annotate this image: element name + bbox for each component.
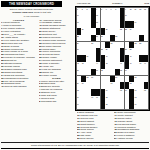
grid-cell	[86, 82, 90, 88]
black-square	[139, 35, 143, 41]
clue-number: 8	[39, 100, 40, 103]
grid-cell: 32	[134, 42, 138, 48]
cell-number: 21	[106, 28, 108, 30]
grid-cell	[86, 48, 90, 54]
cell-number: 19	[134, 21, 136, 23]
grid-cell: 71	[96, 96, 100, 102]
grid-cell	[110, 103, 114, 109]
cell-number: 62	[130, 82, 132, 84]
grid-cell: 21	[105, 28, 109, 34]
grid-cell: 69	[77, 96, 81, 102]
grid-cell	[81, 103, 85, 109]
grid-cell: 49	[144, 62, 148, 68]
grid-cell: 52	[101, 69, 105, 75]
grid-cell	[91, 103, 95, 109]
black-square	[101, 96, 105, 102]
cell-number: 9	[125, 8, 126, 10]
clue-number: 40	[1, 85, 4, 88]
cell-number: 15	[96, 14, 98, 16]
grid-cell	[86, 28, 90, 34]
contact-line: Reach Stan Newman at P.O. Box 69, Massap…	[0, 144, 150, 146]
black-square	[129, 96, 133, 102]
grid-cell	[125, 103, 129, 109]
cell-number: 65	[120, 89, 122, 91]
grid-cell	[105, 35, 109, 41]
grid-cell	[115, 62, 119, 68]
grid-cell: 55	[86, 76, 90, 82]
cell-number: 39	[86, 55, 88, 57]
grid-cell: 56	[91, 76, 95, 82]
cell-number: 60	[82, 82, 84, 84]
grid-cell	[139, 82, 143, 88]
grid-cell: 5	[101, 8, 105, 14]
cell-number: 5	[101, 8, 102, 10]
grid-cell: 50	[77, 69, 81, 75]
grid-cell	[105, 21, 109, 27]
grid-cell: 57	[115, 76, 119, 82]
grid-cell: 59	[77, 82, 81, 88]
black-square	[81, 76, 85, 82]
cell-number: 48	[139, 62, 141, 64]
cell-number: 26	[96, 35, 98, 37]
grid-cell	[144, 21, 148, 27]
grid-cell	[134, 48, 138, 54]
grid-cell	[115, 103, 119, 109]
grid-cell	[91, 62, 95, 68]
grid-cell: 66	[125, 89, 129, 95]
theme-line: OPENING REMARKS: words to start with	[0, 11, 63, 13]
grid-cell: 28	[115, 35, 119, 41]
grid-cell: 74	[77, 103, 81, 109]
black-square	[96, 55, 100, 61]
cell-number: 50	[77, 69, 79, 71]
crossword-page: THE NEWSDAY CROSSWORD Edited by Stanley …	[0, 0, 150, 150]
grid-cell	[139, 48, 143, 54]
grid-cell: 24	[129, 28, 133, 34]
grid-cell: 13	[144, 8, 148, 14]
black-square	[101, 28, 105, 34]
clue-column-3: 9 Shoe bottoms10 Mischievous kid11 Curve…	[77, 112, 112, 141]
grid-cell: 73	[134, 96, 138, 102]
strip-date: 11/12	[144, 2, 149, 4]
grid-cell	[81, 69, 85, 75]
cell-number: 56	[91, 76, 93, 78]
grid-cell: 39	[86, 55, 90, 61]
grid-cell: 23	[125, 28, 129, 34]
grid-cell: 62	[129, 82, 133, 88]
cell-number: 67	[134, 89, 136, 91]
grid-cell	[139, 89, 143, 95]
grid-cell: 27	[101, 35, 105, 41]
cell-number: 10	[130, 8, 132, 10]
grid-cell: 53	[120, 69, 124, 75]
cell-number: 40	[106, 55, 108, 57]
grid-cell: 15	[96, 14, 100, 20]
grid-cell: 67	[134, 89, 138, 95]
black-square	[120, 21, 124, 27]
grid-cell	[139, 28, 143, 34]
grid-cell: 7	[110, 8, 114, 14]
grid-cell: 48	[139, 62, 143, 68]
cell-number: 71	[96, 96, 98, 98]
grid-cell	[91, 28, 95, 34]
cell-number: 16	[125, 14, 127, 16]
grid-cell	[86, 21, 90, 27]
grid-cell	[101, 82, 105, 88]
grid-cell: 65	[120, 89, 124, 95]
black-square	[96, 89, 100, 95]
bottom-rule	[1, 148, 149, 149]
grid-cell: 41	[129, 55, 133, 61]
cell-number: 22	[120, 28, 122, 30]
cell-number: 18	[96, 21, 98, 23]
grid-cell: 6	[105, 8, 109, 14]
grid-cell: 2	[81, 8, 85, 14]
grid-cell	[96, 42, 100, 48]
grid-cell	[115, 28, 119, 34]
grid-cell	[139, 69, 143, 75]
black-square	[144, 82, 148, 88]
cell-number: 25	[77, 35, 79, 37]
black-square	[110, 76, 114, 82]
black-square	[120, 82, 124, 88]
cell-number: 7	[110, 8, 111, 10]
grid-cell: 34	[77, 48, 81, 54]
grid-cell	[91, 48, 95, 54]
grid-cell: 14	[77, 14, 81, 20]
cell-number: 63	[77, 89, 79, 91]
grid-cell: 3	[86, 8, 90, 14]
grid-cell	[120, 103, 124, 109]
black-square	[91, 69, 95, 75]
grid-cell: 31	[110, 42, 114, 48]
cell-number: 33	[139, 42, 141, 44]
grid-cell: 22	[120, 28, 124, 34]
grid-cell	[134, 69, 138, 75]
black-square	[105, 42, 109, 48]
cell-number: 29	[77, 42, 79, 44]
strip-left-text: FOR RELEASE	[77, 2, 90, 4]
cell-number: 27	[101, 35, 103, 37]
cell-number: 4	[96, 8, 97, 10]
black-square	[120, 14, 124, 20]
grid-cell: 20	[81, 28, 85, 34]
grid-cell	[125, 35, 129, 41]
grid-cell	[115, 96, 119, 102]
grid-cell: 68	[144, 89, 148, 95]
black-square	[125, 21, 129, 27]
cell-number: 70	[91, 96, 93, 98]
grid-cell: 38	[129, 48, 133, 54]
cell-number: 30	[91, 42, 93, 44]
black-square	[120, 48, 124, 54]
grid-cell	[129, 69, 133, 75]
cell-number: 38	[130, 48, 132, 50]
grid-cell	[96, 82, 100, 88]
grid-cell: 63	[77, 89, 81, 95]
grid-cell	[86, 62, 90, 68]
cell-number: 59	[77, 82, 79, 84]
cell-number: 64	[106, 89, 108, 91]
grid-cell	[144, 14, 148, 20]
grid-cell	[86, 35, 90, 41]
author-line: by Gail Grabowski	[0, 15, 63, 17]
black-square	[125, 82, 129, 88]
cell-number: 42	[77, 62, 79, 64]
theme-description: words to start with	[34, 11, 51, 13]
cell-number: 72	[106, 96, 108, 98]
grid-cell	[105, 69, 109, 75]
grid-cell	[86, 96, 90, 102]
grid-cell	[110, 21, 114, 27]
grid-cell: 54	[125, 69, 129, 75]
black-square	[110, 35, 114, 41]
grid-cell	[134, 82, 138, 88]
black-square	[129, 89, 133, 95]
grid-cell: 72	[105, 96, 109, 102]
black-square	[101, 103, 105, 109]
grid-cell: 16	[125, 14, 129, 20]
grid-cell	[101, 76, 105, 82]
grid-cell	[120, 35, 124, 41]
grid-cell: 8	[115, 8, 119, 14]
grid-cell: 42	[77, 62, 81, 68]
grid-cell	[125, 42, 129, 48]
cell-number: 24	[130, 28, 132, 30]
grid-cell: 37	[125, 48, 129, 54]
grid-cell	[86, 14, 90, 20]
cell-number: 53	[120, 69, 122, 71]
grid-cell	[86, 103, 90, 109]
cell-number: 49	[144, 62, 146, 64]
grid-cell: 44	[96, 62, 100, 68]
grid-cell: 43	[81, 62, 85, 68]
clue-column-2: 41 Ambulance sound44 Roadside lodging46 …	[39, 20, 74, 141]
grid-cell	[139, 96, 143, 102]
grid-cell	[110, 69, 114, 75]
black-square	[115, 69, 119, 75]
page-title: THE NEWSDAY CROSSWORD	[1, 1, 62, 7]
grid-cell	[105, 14, 109, 20]
grid-cell	[120, 42, 124, 48]
grid-cell	[129, 35, 133, 41]
grid-cell	[86, 89, 90, 95]
grid-cell: 47	[129, 62, 133, 68]
cell-number: 58	[134, 76, 136, 78]
grid-cell	[110, 28, 114, 34]
grid-cell	[144, 103, 148, 109]
cell-number: 41	[130, 55, 132, 57]
grid-cell: 33	[139, 42, 143, 48]
cell-number: 32	[134, 42, 136, 44]
grid-cell	[110, 14, 114, 20]
grid-cell	[105, 76, 109, 82]
black-square	[120, 8, 124, 14]
cell-number: 8	[115, 8, 116, 10]
grid-cell	[81, 89, 85, 95]
grid-cell	[144, 28, 148, 34]
grid-cell: 75	[105, 103, 109, 109]
grid-cell	[101, 42, 105, 48]
cell-number: 13	[144, 8, 146, 10]
grid-cell: 9	[125, 8, 129, 14]
grid-cell: 4	[96, 8, 100, 14]
cell-number: 28	[115, 35, 117, 37]
grid-cell	[144, 69, 148, 75]
grid-cell: 61	[110, 82, 114, 88]
black-square	[81, 55, 85, 61]
theme-title: OPENING REMARKS:	[12, 11, 33, 13]
grid-cell: 36	[105, 48, 109, 54]
cell-number: 61	[110, 82, 112, 84]
grid-cell: 60	[81, 82, 85, 88]
cell-number: 35	[101, 48, 103, 50]
grid-cell	[86, 42, 90, 48]
grid-cell	[105, 82, 109, 88]
grid-cell	[110, 62, 114, 68]
grid-cell: 26	[96, 35, 100, 41]
clue-column-1: ACROSS1 Faucet problem4 Word of welcome9…	[1, 20, 36, 141]
cell-number: 11	[134, 8, 136, 10]
grid-cell	[129, 14, 133, 20]
grid-cell	[81, 96, 85, 102]
grid-cell: 18	[96, 21, 100, 27]
grid-cell: 51	[96, 69, 100, 75]
black-square	[129, 21, 133, 27]
cell-number: 57	[115, 76, 117, 78]
grid-cell: 35	[101, 48, 105, 54]
black-square	[91, 8, 95, 14]
grid-cell: 12	[139, 8, 143, 14]
grid-cell: 64	[105, 89, 109, 95]
black-square	[144, 55, 148, 61]
cell-number: 44	[96, 62, 98, 64]
grid-cell	[115, 55, 119, 61]
grid-cell: 1	[77, 8, 81, 14]
grid-cell	[120, 76, 124, 82]
grid-cell	[134, 35, 138, 41]
grid-cell	[125, 76, 129, 82]
cell-number: 75	[106, 103, 108, 105]
grid-cell	[125, 96, 129, 102]
grid-cell	[139, 103, 143, 109]
cell-number: 37	[125, 48, 127, 50]
grid-cell	[81, 35, 85, 41]
black-square	[96, 28, 100, 34]
cell-number: 74	[77, 103, 79, 105]
cell-number: 12	[139, 8, 141, 10]
cell-number: 52	[101, 69, 103, 71]
black-square	[96, 48, 100, 54]
cell-number: 43	[82, 62, 84, 64]
grid-cell	[134, 55, 138, 61]
grid-cell: 76	[134, 103, 138, 109]
cell-number: 55	[86, 76, 88, 78]
cell-number: 45	[106, 62, 108, 64]
cell-number: 46	[120, 62, 122, 64]
grid-cell: 46	[120, 62, 124, 68]
cell-number: 17	[77, 21, 79, 23]
cell-number: 3	[86, 8, 87, 10]
grid-cell	[96, 103, 100, 109]
grid-cell	[115, 14, 119, 20]
grid-cell	[115, 21, 119, 27]
clue-column-4: 37 Quite uncommon41 Winter blanket42 Teh…	[114, 112, 149, 141]
cell-number: 23	[125, 28, 127, 30]
grid-cell	[110, 96, 114, 102]
black-square	[91, 89, 95, 95]
grid-cell	[101, 14, 105, 20]
cell-number: 68	[144, 89, 146, 91]
grid-cell	[91, 82, 95, 88]
clue-number: 58	[114, 140, 117, 141]
grid-cell	[81, 14, 85, 20]
cell-number: 76	[134, 103, 136, 105]
grid-cell	[110, 48, 114, 54]
black-square	[77, 55, 81, 61]
grid-cell	[139, 14, 143, 20]
black-square	[77, 28, 81, 34]
cell-number: 31	[110, 42, 112, 44]
black-square	[139, 55, 143, 61]
clue-number: 69	[39, 74, 42, 77]
black-square	[91, 21, 95, 27]
cell-number: 34	[77, 48, 79, 50]
grid-cell: 45	[105, 62, 109, 68]
grid-cell	[81, 42, 85, 48]
grid-cell: 40	[105, 55, 109, 61]
black-square	[101, 89, 105, 95]
grid-cell: 19	[134, 21, 138, 27]
black-square	[101, 55, 105, 61]
grid-cell: 10	[129, 8, 133, 14]
editor-byline: Edited by Stanley Newman (www.StanXwords…	[0, 8, 63, 10]
cell-number: 51	[96, 69, 98, 71]
crossword-grid: 1234567891011121314151617181920212223242…	[76, 7, 149, 110]
grid-cell	[110, 89, 114, 95]
black-square	[129, 76, 133, 82]
grid-cell	[134, 28, 138, 34]
grid-cell	[115, 89, 119, 95]
grid-cell: 25	[77, 35, 81, 41]
grid-cell	[144, 35, 148, 41]
black-square	[125, 62, 129, 68]
grid-cell	[134, 14, 138, 20]
cell-number: 14	[77, 14, 79, 16]
grid-cell	[101, 21, 105, 27]
grid-cell	[144, 76, 148, 82]
cell-number: 47	[130, 62, 132, 64]
black-square	[129, 42, 133, 48]
grid-cell: 17	[77, 21, 81, 27]
grid-cell: 11	[134, 8, 138, 14]
grid-cell	[115, 42, 119, 48]
grid-cell	[139, 21, 143, 27]
cell-number: 36	[106, 48, 108, 50]
clue-item: 8 Columbus sch.	[39, 101, 74, 104]
grid-cell	[144, 48, 148, 54]
cell-number: 73	[134, 96, 136, 98]
black-square	[120, 55, 124, 61]
black-square	[129, 103, 133, 109]
clue-number: 27	[77, 140, 80, 141]
black-square	[125, 55, 129, 61]
grid-cell	[144, 96, 148, 102]
grid-cell	[96, 76, 100, 82]
black-square	[91, 35, 95, 41]
grid-strip-header: FOR RELEASE SATURDAY 11/12	[77, 2, 149, 4]
cell-number: 1	[77, 8, 78, 10]
